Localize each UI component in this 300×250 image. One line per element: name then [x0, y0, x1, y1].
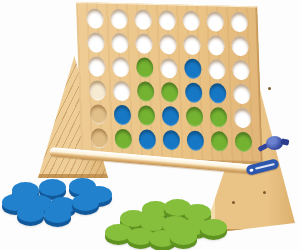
board-cell-r4-c1[interactable]	[85, 78, 110, 103]
empty-hole	[182, 11, 200, 31]
green-pile-disc[interactable]	[170, 228, 197, 245]
connect-four-board	[76, 2, 263, 164]
board-cell-r1-c4[interactable]	[155, 8, 180, 33]
board-cell-r4-c2[interactable]	[109, 79, 134, 104]
blue-pile-disc[interactable]	[72, 194, 99, 211]
blue-disc	[162, 106, 180, 126]
board-cell-r2-c1[interactable]	[83, 30, 108, 55]
board-cell-r1-c3[interactable]	[131, 7, 156, 32]
green-disc	[186, 107, 204, 127]
board-cell-r3-c1[interactable]	[84, 54, 109, 79]
screw-dot-icon	[268, 87, 271, 90]
blue-disc	[209, 83, 227, 103]
board-cell-r5-c4[interactable]	[158, 104, 183, 129]
board-cell-r2-c5[interactable]	[180, 32, 205, 57]
empty-hole	[233, 60, 251, 80]
green-disc	[137, 81, 155, 101]
empty-hole	[158, 10, 176, 30]
empty-hole	[88, 80, 106, 100]
board-cell-r3-c7[interactable]	[229, 58, 254, 83]
empty-hole	[89, 104, 107, 124]
blue-disc	[138, 129, 156, 149]
green-disc	[235, 132, 253, 152]
empty-hole	[232, 36, 250, 56]
board-cell-r6-c1[interactable]	[86, 126, 111, 151]
board-cell-r3-c6[interactable]	[205, 57, 230, 82]
release-knob[interactable]	[257, 134, 289, 154]
board-cell-r4-c5[interactable]	[181, 80, 206, 105]
empty-hole	[111, 33, 129, 53]
empty-hole	[233, 84, 251, 104]
board-cell-r4-c4[interactable]	[157, 80, 182, 105]
green-disc	[114, 129, 132, 149]
board-cell-r4-c6[interactable]	[206, 81, 231, 106]
board-cell-r2-c2[interactable]	[107, 31, 132, 56]
empty-hole	[90, 128, 108, 148]
board-cell-r5-c2[interactable]	[110, 103, 135, 128]
board-cell-r6-c2[interactable]	[111, 127, 136, 152]
board-cell-r1-c6[interactable]	[203, 9, 228, 34]
empty-hole	[208, 59, 226, 79]
board-cell-r2-c7[interactable]	[228, 34, 253, 59]
board-cell-r6-c7[interactable]	[231, 130, 256, 155]
blue-disc	[113, 105, 131, 125]
empty-hole	[112, 81, 130, 101]
board-cell-r3-c2[interactable]	[108, 55, 133, 80]
board-cell-r5-c7[interactable]	[231, 106, 256, 131]
green-pile-disc[interactable]	[200, 219, 227, 236]
board-cell-r2-c6[interactable]	[204, 33, 229, 58]
product-photo-stage	[0, 0, 300, 250]
board-cell-r3-c3[interactable]	[132, 55, 157, 80]
blue-disc	[185, 83, 203, 103]
board-cell-r2-c3[interactable]	[131, 31, 156, 56]
board-cell-r5-c5[interactable]	[182, 104, 207, 129]
logo-wordmark	[255, 163, 275, 170]
empty-hole	[86, 8, 104, 28]
board-cell-r6-c4[interactable]	[159, 128, 184, 153]
board-cell-r1-c7[interactable]	[227, 10, 252, 35]
blue-disc	[184, 59, 202, 79]
empty-hole	[159, 34, 177, 54]
empty-hole	[110, 9, 128, 29]
blue-disc	[187, 131, 205, 151]
green-disc	[210, 107, 228, 127]
empty-hole	[208, 35, 226, 55]
empty-hole	[231, 12, 249, 32]
board-cell-r2-c4[interactable]	[156, 32, 181, 57]
board-cell-r6-c3[interactable]	[135, 127, 160, 152]
blue-disc	[163, 130, 181, 150]
empty-hole	[112, 57, 130, 77]
blue-pile-disc[interactable]	[17, 205, 44, 222]
logo-turtle-mark-icon	[249, 168, 254, 172]
board-cell-r6-c5[interactable]	[183, 128, 208, 153]
board-cell-r5-c6[interactable]	[206, 105, 231, 130]
board-cell-r4-c7[interactable]	[230, 82, 255, 107]
board-cell-r5-c3[interactable]	[134, 103, 159, 128]
empty-hole	[183, 35, 201, 55]
screw-dot-icon	[232, 201, 235, 204]
empty-hole	[160, 58, 178, 78]
blue-pile-disc[interactable]	[39, 179, 66, 196]
board-cell-r1-c5[interactable]	[179, 9, 204, 34]
green-disc	[161, 82, 179, 102]
board-cell-r5-c1[interactable]	[85, 102, 110, 127]
empty-hole	[234, 108, 252, 128]
empty-hole	[134, 9, 152, 29]
green-disc	[136, 57, 154, 77]
green-disc	[137, 105, 155, 125]
board-cell-r4-c3[interactable]	[133, 79, 158, 104]
empty-hole	[207, 11, 225, 31]
blue-pile-disc[interactable]	[44, 206, 71, 223]
board-cell-r3-c4[interactable]	[156, 56, 181, 81]
empty-hole	[87, 32, 105, 52]
empty-hole	[135, 33, 153, 53]
board-cell-r6-c6[interactable]	[207, 129, 232, 154]
board-cell-r1-c2[interactable]	[106, 7, 131, 32]
screw-dot-icon	[263, 191, 266, 194]
board-cell-r3-c5[interactable]	[181, 56, 206, 81]
board-grid	[82, 6, 256, 154]
empty-hole	[87, 56, 105, 76]
board-cell-r1-c1[interactable]	[82, 6, 107, 31]
green-disc	[211, 131, 229, 151]
